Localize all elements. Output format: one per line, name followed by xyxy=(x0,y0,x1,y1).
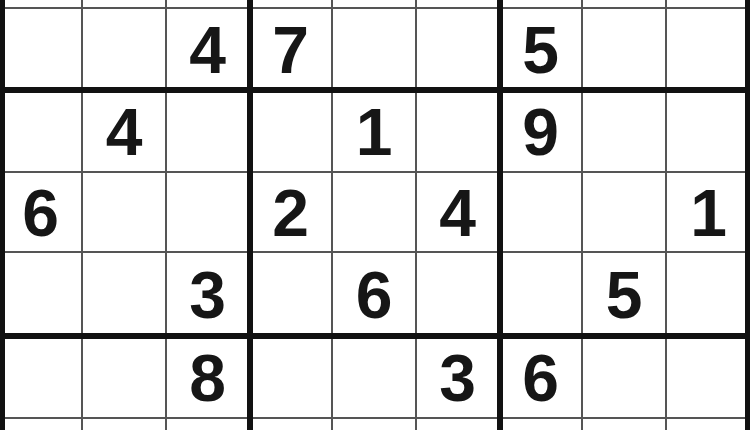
cell-rbottom-partial-c2 xyxy=(83,419,167,430)
cell-rtop-partial-c2 xyxy=(83,0,167,9)
cell-r1-c4: 7 xyxy=(250,9,333,90)
given-digit: 5 xyxy=(522,17,559,83)
cell-r4-c9 xyxy=(667,253,750,337)
given-digit: 5 xyxy=(606,262,643,328)
cell-r4-c3: 3 xyxy=(167,253,250,337)
cell-r1-c2 xyxy=(83,9,167,90)
cell-r2-c3 xyxy=(167,90,250,173)
cell-rbottom-partial-c9 xyxy=(667,419,750,430)
cell-rbottom-partial-c1 xyxy=(0,419,83,430)
cell-rbottom-partial-c5 xyxy=(333,419,417,430)
cell-rtop-partial-c3 xyxy=(167,0,250,9)
given-digit: 2 xyxy=(272,180,309,246)
cell-r4-c7 xyxy=(500,253,583,337)
given-digit: 3 xyxy=(439,345,476,411)
cell-r5-c4 xyxy=(250,337,333,419)
cell-r2-c1 xyxy=(0,90,83,173)
cell-r4-c1 xyxy=(0,253,83,337)
cell-r1-c9 xyxy=(667,9,750,90)
cell-rtop-partial-c9 xyxy=(667,0,750,9)
cell-rbottom-partial-c4 xyxy=(250,419,333,430)
box-border-horizontal-1 xyxy=(0,87,750,93)
cell-r4-c8: 5 xyxy=(583,253,667,337)
cell-r3-c4: 2 xyxy=(250,173,333,253)
cell-r3-c6: 4 xyxy=(417,173,500,253)
cell-r5-c6: 3 xyxy=(417,337,500,419)
cell-rtop-partial-c4 xyxy=(250,0,333,9)
cell-rbottom-partial-c6 xyxy=(417,419,500,430)
cell-r4-c5: 6 xyxy=(333,253,417,337)
box-border-vertical-1 xyxy=(247,0,253,430)
given-digit: 6 xyxy=(356,262,393,328)
cell-r3-c2 xyxy=(83,173,167,253)
cell-rbottom-partial-c7 xyxy=(500,419,583,430)
given-digit: 6 xyxy=(22,180,59,246)
cell-r3-c5 xyxy=(333,173,417,253)
given-digit: 4 xyxy=(189,17,226,83)
cell-r5-c5 xyxy=(333,337,417,419)
cell-r3-c3 xyxy=(167,173,250,253)
given-digit: 6 xyxy=(522,345,559,411)
sudoku-grid: 4754196241365836 xyxy=(0,0,750,430)
given-digit: 4 xyxy=(439,180,476,246)
cell-rtop-partial-c6 xyxy=(417,0,500,9)
cell-r2-c5: 1 xyxy=(333,90,417,173)
cell-rtop-partial-c5 xyxy=(333,0,417,9)
given-digit: 1 xyxy=(690,180,727,246)
cell-r2-c2: 4 xyxy=(83,90,167,173)
cell-r3-c1: 6 xyxy=(0,173,83,253)
cell-r3-c8 xyxy=(583,173,667,253)
cell-rtop-partial-c7 xyxy=(500,0,583,9)
given-digit: 1 xyxy=(356,99,393,165)
box-border-horizontal-2 xyxy=(0,333,750,339)
cell-r3-c9: 1 xyxy=(667,173,750,253)
cell-r2-c7: 9 xyxy=(500,90,583,173)
cell-r1-c5 xyxy=(333,9,417,90)
given-digit: 9 xyxy=(522,99,559,165)
cell-r3-c7 xyxy=(500,173,583,253)
given-digit: 7 xyxy=(272,17,309,83)
given-digit: 3 xyxy=(189,262,226,328)
cell-r4-c6 xyxy=(417,253,500,337)
cell-r1-c1 xyxy=(0,9,83,90)
cell-r1-c8 xyxy=(583,9,667,90)
box-border-vertical-2 xyxy=(497,0,503,430)
given-digit: 8 xyxy=(189,345,226,411)
box-border-right-edge xyxy=(745,0,750,430)
cell-r1-c3: 4 xyxy=(167,9,250,90)
cell-r5-c3: 8 xyxy=(167,337,250,419)
given-digit: 4 xyxy=(106,99,143,165)
cell-rtop-partial-c1 xyxy=(0,0,83,9)
cell-rbottom-partial-c3 xyxy=(167,419,250,430)
cell-r2-c8 xyxy=(583,90,667,173)
cell-r5-c1 xyxy=(0,337,83,419)
cell-r2-c4 xyxy=(250,90,333,173)
cell-r1-c7: 5 xyxy=(500,9,583,90)
cell-r5-c2 xyxy=(83,337,167,419)
cell-r2-c9 xyxy=(667,90,750,173)
cell-rtop-partial-c8 xyxy=(583,0,667,9)
cell-r5-c7: 6 xyxy=(500,337,583,419)
cell-r5-c8 xyxy=(583,337,667,419)
cell-r5-c9 xyxy=(667,337,750,419)
cell-r4-c2 xyxy=(83,253,167,337)
cell-rbottom-partial-c8 xyxy=(583,419,667,430)
cell-r4-c4 xyxy=(250,253,333,337)
cell-r2-c6 xyxy=(417,90,500,173)
box-border-left-edge xyxy=(0,0,5,430)
sudoku-board: 4754196241365836 xyxy=(0,0,750,430)
cell-r1-c6 xyxy=(417,9,500,90)
